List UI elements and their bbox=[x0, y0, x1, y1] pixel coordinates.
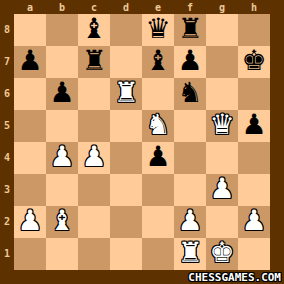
file-label-a: a bbox=[14, 0, 46, 15]
rank-label-1: 1 bbox=[0, 238, 14, 270]
square-g7[interactable] bbox=[206, 46, 238, 78]
file-labels: abcdefgh bbox=[14, 0, 270, 14]
square-d5[interactable] bbox=[110, 110, 142, 142]
file-label-g: g bbox=[206, 0, 238, 15]
rank-label-4: 4 bbox=[0, 142, 14, 174]
square-h8[interactable] bbox=[238, 14, 270, 46]
square-f7[interactable]: ♟ bbox=[174, 46, 206, 78]
square-b2[interactable]: ♝ bbox=[46, 206, 78, 238]
file-label-d: d bbox=[110, 0, 142, 15]
square-c1[interactable] bbox=[78, 238, 110, 270]
square-f3[interactable] bbox=[174, 174, 206, 206]
square-e8[interactable]: ♛ bbox=[142, 14, 174, 46]
square-e6[interactable] bbox=[142, 78, 174, 110]
piece-black-pawn: ♟ bbox=[17, 47, 42, 75]
square-c6[interactable] bbox=[78, 78, 110, 110]
square-a6[interactable] bbox=[14, 78, 46, 110]
piece-white-pawn: ♟ bbox=[49, 143, 74, 171]
piece-black-pawn: ♟ bbox=[49, 79, 74, 107]
square-h3[interactable] bbox=[238, 174, 270, 206]
piece-white-bishop: ♝ bbox=[49, 207, 74, 235]
piece-black-queen: ♛ bbox=[145, 15, 170, 43]
rank-label-7: 7 bbox=[0, 46, 14, 78]
rank-label-6: 6 bbox=[0, 78, 14, 110]
square-f6[interactable]: ♞ bbox=[174, 78, 206, 110]
square-b8[interactable] bbox=[46, 14, 78, 46]
square-h2[interactable]: ♟ bbox=[238, 206, 270, 238]
square-b4[interactable]: ♟ bbox=[46, 142, 78, 174]
square-g4[interactable] bbox=[206, 142, 238, 174]
square-e3[interactable] bbox=[142, 174, 174, 206]
square-a4[interactable] bbox=[14, 142, 46, 174]
piece-white-knight: ♞ bbox=[145, 111, 170, 139]
piece-black-rook: ♜ bbox=[177, 15, 202, 43]
square-e7[interactable]: ♝ bbox=[142, 46, 174, 78]
square-d2[interactable] bbox=[110, 206, 142, 238]
square-e5[interactable]: ♞ bbox=[142, 110, 174, 142]
piece-black-bishop: ♝ bbox=[81, 15, 106, 43]
square-g5[interactable]: ♛ bbox=[206, 110, 238, 142]
square-b6[interactable]: ♟ bbox=[46, 78, 78, 110]
file-label-b: b bbox=[46, 0, 78, 15]
piece-white-pawn: ♟ bbox=[177, 207, 202, 235]
square-a8[interactable] bbox=[14, 14, 46, 46]
square-c4[interactable]: ♟ bbox=[78, 142, 110, 174]
chess-diagram: abcdefgh 87654321 ♝♛♜♟♜♝♟♚♟♜♞♞♛♟♟♟♟♟♟♝♟♟… bbox=[0, 0, 284, 284]
square-d1[interactable] bbox=[110, 238, 142, 270]
rank-label-8: 8 bbox=[0, 14, 14, 46]
square-a7[interactable]: ♟ bbox=[14, 46, 46, 78]
square-c5[interactable] bbox=[78, 110, 110, 142]
square-g2[interactable] bbox=[206, 206, 238, 238]
square-g6[interactable] bbox=[206, 78, 238, 110]
piece-black-bishop: ♝ bbox=[145, 47, 170, 75]
square-h4[interactable] bbox=[238, 142, 270, 174]
square-g1[interactable]: ♚ bbox=[206, 238, 238, 270]
square-h7[interactable]: ♚ bbox=[238, 46, 270, 78]
square-f8[interactable]: ♜ bbox=[174, 14, 206, 46]
piece-white-pawn: ♟ bbox=[81, 143, 106, 171]
square-e2[interactable] bbox=[142, 206, 174, 238]
piece-white-pawn: ♟ bbox=[241, 207, 266, 235]
piece-black-knight: ♞ bbox=[177, 79, 202, 107]
square-h6[interactable] bbox=[238, 78, 270, 110]
square-f1[interactable]: ♜ bbox=[174, 238, 206, 270]
site-credit: CHESSGAMES.COM bbox=[188, 271, 281, 284]
piece-white-pawn: ♟ bbox=[209, 175, 234, 203]
square-b5[interactable] bbox=[46, 110, 78, 142]
square-g3[interactable]: ♟ bbox=[206, 174, 238, 206]
square-d7[interactable] bbox=[110, 46, 142, 78]
square-e1[interactable] bbox=[142, 238, 174, 270]
piece-black-rook: ♜ bbox=[81, 47, 106, 75]
square-a1[interactable] bbox=[14, 238, 46, 270]
piece-white-rook: ♜ bbox=[177, 239, 202, 267]
square-d3[interactable] bbox=[110, 174, 142, 206]
square-h5[interactable]: ♟ bbox=[238, 110, 270, 142]
square-c8[interactable]: ♝ bbox=[78, 14, 110, 46]
piece-black-king: ♚ bbox=[241, 47, 266, 75]
chess-board: ♝♛♜♟♜♝♟♚♟♜♞♞♛♟♟♟♟♟♟♝♟♟♜♚ bbox=[14, 14, 270, 270]
piece-black-pawn: ♟ bbox=[241, 111, 266, 139]
square-f2[interactable]: ♟ bbox=[174, 206, 206, 238]
square-d8[interactable] bbox=[110, 14, 142, 46]
square-d4[interactable] bbox=[110, 142, 142, 174]
square-c3[interactable] bbox=[78, 174, 110, 206]
piece-black-pawn: ♟ bbox=[145, 143, 170, 171]
rank-label-3: 3 bbox=[0, 174, 14, 206]
square-b1[interactable] bbox=[46, 238, 78, 270]
square-a3[interactable] bbox=[14, 174, 46, 206]
piece-white-king: ♚ bbox=[209, 239, 234, 267]
square-f4[interactable] bbox=[174, 142, 206, 174]
rank-labels: 87654321 bbox=[0, 14, 14, 270]
piece-white-pawn: ♟ bbox=[17, 207, 42, 235]
square-a2[interactable]: ♟ bbox=[14, 206, 46, 238]
square-g8[interactable] bbox=[206, 14, 238, 46]
square-c2[interactable] bbox=[78, 206, 110, 238]
piece-white-queen: ♛ bbox=[209, 111, 234, 139]
square-b3[interactable] bbox=[46, 174, 78, 206]
rank-label-2: 2 bbox=[0, 206, 14, 238]
square-a5[interactable] bbox=[14, 110, 46, 142]
square-d6[interactable]: ♜ bbox=[110, 78, 142, 110]
square-h1[interactable] bbox=[238, 238, 270, 270]
piece-white-rook: ♜ bbox=[113, 79, 138, 107]
piece-black-pawn: ♟ bbox=[177, 47, 202, 75]
square-f5[interactable] bbox=[174, 110, 206, 142]
square-b7[interactable] bbox=[46, 46, 78, 78]
square-e4[interactable]: ♟ bbox=[142, 142, 174, 174]
square-c7[interactable]: ♜ bbox=[78, 46, 110, 78]
file-label-h: h bbox=[238, 0, 270, 15]
rank-label-5: 5 bbox=[0, 110, 14, 142]
